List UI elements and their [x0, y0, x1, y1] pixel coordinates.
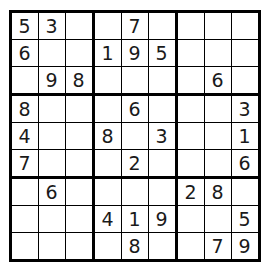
sudoku-cell-r6c5[interactable]: 2 [122, 150, 149, 179]
sudoku-cell-r3c9[interactable] [232, 67, 258, 96]
sudoku-cell-r8c8[interactable] [205, 206, 232, 233]
sudoku-cell-r2c2[interactable] [39, 40, 66, 67]
sudoku-cell-r5c5[interactable] [122, 123, 149, 150]
sudoku-cell-r6c4[interactable] [95, 150, 122, 179]
sudoku-cell-r8c5[interactable]: 1 [122, 206, 149, 233]
sudoku-cell-r5c1[interactable]: 4 [12, 123, 39, 150]
sudoku-cell-r2c9[interactable] [232, 40, 258, 67]
sudoku-cell-r7c9[interactable] [232, 179, 258, 206]
sudoku-cell-r8c3[interactable] [66, 206, 95, 233]
sudoku-cell-r7c1[interactable] [12, 179, 39, 206]
sudoku-cell-r3c8[interactable]: 6 [205, 67, 232, 96]
sudoku-cell-r8c1[interactable] [12, 206, 39, 233]
sudoku-cell-r7c2[interactable]: 6 [39, 179, 66, 206]
sudoku-cell-r9c6[interactable] [149, 233, 178, 259]
sudoku-cell-r8c4[interactable]: 4 [95, 206, 122, 233]
sudoku-cell-r4c6[interactable] [149, 96, 178, 123]
sudoku-cell-r1c9[interactable] [232, 13, 258, 40]
sudoku-cell-r2c1[interactable]: 6 [12, 40, 39, 67]
sudoku-cell-r9c3[interactable] [66, 233, 95, 259]
sudoku-cell-r3c1[interactable] [12, 67, 39, 96]
sudoku-cell-r2c6[interactable]: 5 [149, 40, 178, 67]
sudoku-cell-r7c7[interactable]: 2 [178, 179, 205, 206]
sudoku-cell-r4c1[interactable]: 8 [12, 96, 39, 123]
sudoku-cell-r8c7[interactable] [178, 206, 205, 233]
sudoku-cell-r3c7[interactable] [178, 67, 205, 96]
sudoku-cell-r5c4[interactable]: 8 [95, 123, 122, 150]
sudoku-cell-r4c3[interactable] [66, 96, 95, 123]
sudoku-cell-r9c5[interactable]: 8 [122, 233, 149, 259]
sudoku-cell-r9c8[interactable]: 7 [205, 233, 232, 259]
sudoku-cell-r6c2[interactable] [39, 150, 66, 179]
sudoku-cell-r1c3[interactable] [66, 13, 95, 40]
sudoku-cell-r9c7[interactable] [178, 233, 205, 259]
sudoku-cell-r5c2[interactable] [39, 123, 66, 150]
sudoku-cell-r3c6[interactable] [149, 67, 178, 96]
sudoku-cell-r3c4[interactable] [95, 67, 122, 96]
sudoku-cell-r9c1[interactable] [12, 233, 39, 259]
sudoku-cell-r1c4[interactable] [95, 13, 122, 40]
sudoku-cell-r6c3[interactable] [66, 150, 95, 179]
sudoku-cell-r4c2[interactable] [39, 96, 66, 123]
sudoku-cell-r6c9[interactable]: 6 [232, 150, 258, 179]
sudoku-cell-r2c8[interactable] [205, 40, 232, 67]
sudoku-grid: 537619598686348317266284195879 [9, 10, 261, 262]
sudoku-cell-r7c3[interactable] [66, 179, 95, 206]
sudoku-cell-r3c5[interactable] [122, 67, 149, 96]
sudoku-cell-r2c3[interactable] [66, 40, 95, 67]
sudoku-cell-r5c8[interactable] [205, 123, 232, 150]
sudoku-cell-r4c7[interactable] [178, 96, 205, 123]
sudoku-cell-r6c7[interactable] [178, 150, 205, 179]
sudoku-cell-r9c4[interactable] [95, 233, 122, 259]
sudoku-cell-r8c2[interactable] [39, 206, 66, 233]
sudoku-cell-r1c6[interactable] [149, 13, 178, 40]
sudoku-cell-r8c6[interactable]: 9 [149, 206, 178, 233]
sudoku-cell-r6c8[interactable] [205, 150, 232, 179]
sudoku-cell-r3c2[interactable]: 9 [39, 67, 66, 96]
sudoku-cell-r9c2[interactable] [39, 233, 66, 259]
sudoku-cell-r4c4[interactable] [95, 96, 122, 123]
sudoku-cell-r2c4[interactable]: 1 [95, 40, 122, 67]
sudoku-page: 537619598686348317266284195879 [0, 0, 269, 272]
sudoku-cell-r5c9[interactable]: 1 [232, 123, 258, 150]
sudoku-cell-r7c4[interactable] [95, 179, 122, 206]
sudoku-cell-r7c6[interactable] [149, 179, 178, 206]
sudoku-cell-r5c6[interactable]: 3 [149, 123, 178, 150]
sudoku-cell-r6c1[interactable]: 7 [12, 150, 39, 179]
sudoku-cell-r7c5[interactable] [122, 179, 149, 206]
sudoku-cell-r3c3[interactable]: 8 [66, 67, 95, 96]
sudoku-cell-r1c1[interactable]: 5 [12, 13, 39, 40]
sudoku-cell-r5c7[interactable] [178, 123, 205, 150]
sudoku-cell-r1c7[interactable] [178, 13, 205, 40]
sudoku-cell-r9c9[interactable]: 9 [232, 233, 258, 259]
sudoku-cell-r2c5[interactable]: 9 [122, 40, 149, 67]
sudoku-cell-r1c5[interactable]: 7 [122, 13, 149, 40]
sudoku-cell-r4c5[interactable]: 6 [122, 96, 149, 123]
sudoku-cell-r2c7[interactable] [178, 40, 205, 67]
sudoku-cell-r1c2[interactable]: 3 [39, 13, 66, 40]
sudoku-cell-r7c8[interactable]: 8 [205, 179, 232, 206]
sudoku-cell-r8c9[interactable]: 5 [232, 206, 258, 233]
sudoku-cell-r4c8[interactable] [205, 96, 232, 123]
sudoku-cell-r6c6[interactable] [149, 150, 178, 179]
sudoku-cell-r5c3[interactable] [66, 123, 95, 150]
sudoku-cell-r1c8[interactable] [205, 13, 232, 40]
sudoku-cell-r4c9[interactable]: 3 [232, 96, 258, 123]
